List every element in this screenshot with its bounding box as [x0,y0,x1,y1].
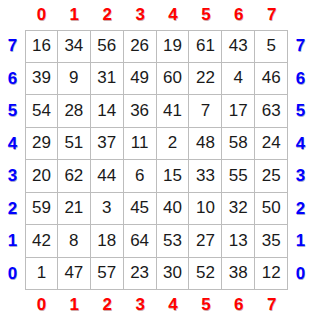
row-label-left: 6 [0,63,25,96]
grid-cell: 58 [222,128,255,161]
row-label-right: 4 [288,128,313,161]
grid-cell: 54 [25,95,58,128]
col-label-bottom: 6 [222,290,255,320]
grid-cell: 21 [58,193,91,226]
corner-spacer [288,0,313,30]
grid-cell: 57 [91,258,124,291]
grid-cell: 24 [255,128,288,161]
row-label-right: 2 [288,193,313,226]
grid-cell: 12 [255,258,288,291]
grid-cell: 8 [58,225,91,258]
row-label-right: 1 [288,225,313,258]
row-label-left: 7 [0,30,25,63]
magic-square-board: 0123456771634562619614357639931496022446… [0,0,313,320]
grid-cell: 7 [189,95,222,128]
grid-cell: 17 [222,95,255,128]
grid-cell: 44 [91,160,124,193]
row-label-left: 1 [0,225,25,258]
grid-cell: 26 [124,30,157,63]
grid-cell: 41 [157,95,190,128]
grid-cell: 37 [91,128,124,161]
grid-cell: 39 [25,63,58,96]
col-label-bottom: 7 [255,290,288,320]
grid-cell: 55 [222,160,255,193]
grid-cell: 61 [189,30,222,63]
col-label-top: 3 [124,0,157,30]
grid-cell: 31 [91,63,124,96]
grid-cell: 27 [189,225,222,258]
col-label-bottom: 5 [189,290,222,320]
corner-spacer [0,0,25,30]
row-label-right: 7 [288,30,313,63]
row-label-right: 0 [288,258,313,291]
grid-cell: 10 [189,193,222,226]
grid-cell: 29 [25,128,58,161]
col-label-top: 2 [91,0,124,30]
row-label-left: 5 [0,95,25,128]
col-label-top: 5 [189,0,222,30]
corner-spacer [0,290,25,320]
grid-cell: 56 [91,30,124,63]
col-label-top: 0 [25,0,58,30]
row-label-left: 2 [0,193,25,226]
grid-cell: 3 [91,193,124,226]
row-label-right: 6 [288,63,313,96]
grid-cell: 49 [124,63,157,96]
grid-cell: 36 [124,95,157,128]
grid-cell: 15 [157,160,190,193]
grid-cell: 5 [255,30,288,63]
grid-cell: 25 [255,160,288,193]
grid-cell: 35 [255,225,288,258]
col-label-bottom: 4 [157,290,190,320]
grid-cell: 32 [222,193,255,226]
grid-cell: 18 [91,225,124,258]
grid-cell: 38 [222,258,255,291]
grid-cell: 51 [58,128,91,161]
grid-cell: 64 [124,225,157,258]
grid-cell: 13 [222,225,255,258]
row-label-left: 3 [0,160,25,193]
grid-cell: 50 [255,193,288,226]
grid-cell: 19 [157,30,190,63]
grid-cell: 6 [124,160,157,193]
col-label-bottom: 2 [91,290,124,320]
grid-cell: 22 [189,63,222,96]
grid-cell: 23 [124,258,157,291]
grid-cell: 45 [124,193,157,226]
grid-cell: 62 [58,160,91,193]
col-label-top: 7 [255,0,288,30]
grid-cell: 11 [124,128,157,161]
grid-cell: 53 [157,225,190,258]
grid-cell: 9 [58,63,91,96]
grid-cell: 1 [25,258,58,291]
row-label-right: 5 [288,95,313,128]
grid-cell: 42 [25,225,58,258]
col-label-bottom: 1 [58,290,91,320]
corner-spacer [288,290,313,320]
row-label-left: 0 [0,258,25,291]
col-label-bottom: 0 [25,290,58,320]
row-label-right: 3 [288,160,313,193]
grid-cell: 4 [222,63,255,96]
grid-cell: 33 [189,160,222,193]
grid-cell: 59 [25,193,58,226]
grid-cell: 63 [255,95,288,128]
grid-cell: 43 [222,30,255,63]
grid-cell: 52 [189,258,222,291]
grid-cell: 20 [25,160,58,193]
grid-cell: 2 [157,128,190,161]
col-label-top: 4 [157,0,190,30]
row-label-left: 4 [0,128,25,161]
grid-cell: 14 [91,95,124,128]
grid-cell: 47 [58,258,91,291]
col-label-top: 6 [222,0,255,30]
grid-cell: 28 [58,95,91,128]
col-label-bottom: 3 [124,290,157,320]
grid-cell: 60 [157,63,190,96]
grid-cell: 48 [189,128,222,161]
col-label-top: 1 [58,0,91,30]
grid-cell: 16 [25,30,58,63]
grid-cell: 40 [157,193,190,226]
grid-cell: 30 [157,258,190,291]
grid-cell: 34 [58,30,91,63]
grid-cell: 46 [255,63,288,96]
